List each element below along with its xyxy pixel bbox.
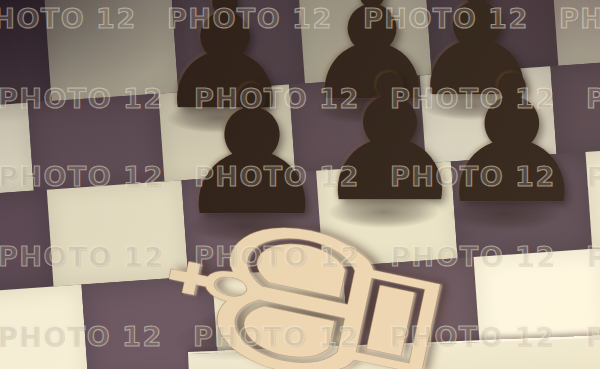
black-pawn-f4: ♟ xyxy=(433,53,591,229)
pieces-layer: ♟♟♟♟♟♟♚ xyxy=(0,0,600,369)
photo-chessboard-scene: ♟♟♟♟♟♟♚ PHOTO 12PHOTO 12PHOTO 12PHOTO 12… xyxy=(0,0,600,369)
